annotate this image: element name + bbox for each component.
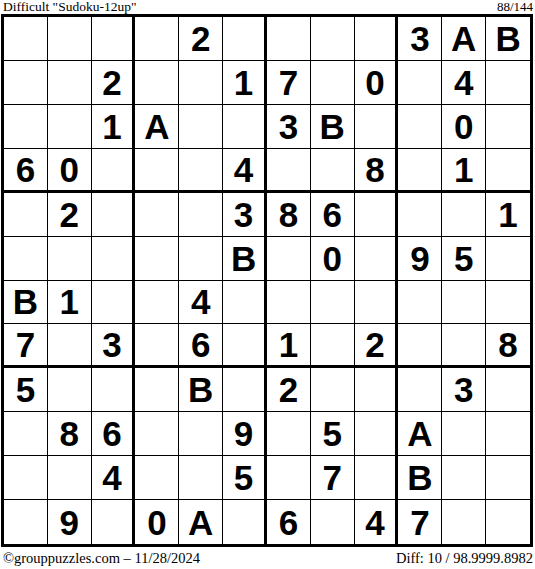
cell-r7c11[interactable]	[442, 281, 486, 325]
cell-r4c11[interactable]: 1	[442, 149, 486, 193]
cell-r6c2[interactable]	[48, 237, 92, 281]
cell-r12c8[interactable]	[311, 500, 355, 544]
cell-r6c12[interactable]	[486, 237, 530, 281]
cell-r10c1[interactable]	[4, 412, 48, 456]
cell-r5c1[interactable]	[4, 193, 48, 237]
cell-r8c3[interactable]: 3	[92, 324, 136, 368]
cell-r10c9[interactable]	[355, 412, 399, 456]
cell-r5c3[interactable]	[92, 193, 136, 237]
cell-r2c4[interactable]	[135, 61, 179, 105]
cell-r6c5[interactable]	[179, 237, 223, 281]
cell-r11c2[interactable]	[48, 456, 92, 500]
cell-r3c1[interactable]	[4, 105, 48, 149]
cell-r8c12[interactable]: 8	[486, 324, 530, 368]
cell-r4c2[interactable]: 0	[48, 149, 92, 193]
cell-r7c3[interactable]	[92, 281, 136, 325]
cell-r11c8[interactable]: 7	[311, 456, 355, 500]
cell-r12c5[interactable]: A	[179, 500, 223, 544]
cell-r8c2[interactable]	[48, 324, 92, 368]
cell-r11c12[interactable]	[486, 456, 530, 500]
bottom-bar: ©grouppuzzles.com – 11/28/2024 Diff: 10 …	[3, 549, 533, 567]
cell-r7c10[interactable]	[398, 281, 442, 325]
cell-r3c11[interactable]: 0	[442, 105, 486, 149]
cell-r1c4[interactable]	[135, 17, 179, 61]
cell-r3c5[interactable]	[179, 105, 223, 149]
cell-r7c8[interactable]	[311, 281, 355, 325]
cell-r1c5[interactable]: 2	[179, 17, 223, 61]
cell-r4c7[interactable]	[267, 149, 311, 193]
cell-r1c10[interactable]: 3	[398, 17, 442, 61]
copyright-text: ©grouppuzzles.com – 11/28/2024	[3, 549, 200, 567]
cell-r12c11[interactable]	[442, 500, 486, 544]
cell-r10c3[interactable]: 6	[92, 412, 136, 456]
cell-r9c1[interactable]: 5	[4, 368, 48, 412]
cell-r10c7[interactable]	[267, 412, 311, 456]
sudoku-board: 23AB217041A3B06048123861B095B147361285B2…	[1, 14, 533, 547]
cell-r2c3[interactable]: 2	[92, 61, 136, 105]
cell-r3c6[interactable]	[223, 105, 267, 149]
cell-r5c8[interactable]: 6	[311, 193, 355, 237]
cell-r1c12[interactable]: B	[486, 17, 530, 61]
cell-r4c12[interactable]	[486, 149, 530, 193]
cell-r8c11[interactable]	[442, 324, 486, 368]
cell-r10c4[interactable]	[135, 412, 179, 456]
cell-r6c1[interactable]	[4, 237, 48, 281]
cell-r6c10[interactable]: 9	[398, 237, 442, 281]
cell-r9c3[interactable]	[92, 368, 136, 412]
cell-r2c5[interactable]	[179, 61, 223, 105]
cell-r11c4[interactable]	[135, 456, 179, 500]
cell-r5c10[interactable]	[398, 193, 442, 237]
cell-r8c4[interactable]	[135, 324, 179, 368]
cell-r9c7[interactable]: 2	[267, 368, 311, 412]
cell-r3c12[interactable]	[486, 105, 530, 149]
cell-r10c12[interactable]	[486, 412, 530, 456]
cell-r1c3[interactable]	[92, 17, 136, 61]
cell-r6c4[interactable]	[135, 237, 179, 281]
cell-r10c2[interactable]: 8	[48, 412, 92, 456]
difficulty-text: Diff: 10 / 98.9999.8982	[396, 549, 533, 567]
cell-r11c9[interactable]	[355, 456, 399, 500]
cell-r7c9[interactable]	[355, 281, 399, 325]
cell-r5c12[interactable]: 1	[486, 193, 530, 237]
cell-r9c2[interactable]	[48, 368, 92, 412]
cell-r2c12[interactable]	[486, 61, 530, 105]
cell-r1c1[interactable]	[4, 17, 48, 61]
cell-r3c2[interactable]	[48, 105, 92, 149]
cell-r6c9[interactable]	[355, 237, 399, 281]
cell-r10c5[interactable]	[179, 412, 223, 456]
cell-r4c9[interactable]: 8	[355, 149, 399, 193]
cell-r1c2[interactable]	[48, 17, 92, 61]
cell-r10c6[interactable]: 9	[223, 412, 267, 456]
cell-r6c3[interactable]	[92, 237, 136, 281]
cell-r2c7[interactable]: 7	[267, 61, 311, 105]
cell-r7c12[interactable]	[486, 281, 530, 325]
cell-r1c8[interactable]	[311, 17, 355, 61]
empty-cell-counter: 88/144	[497, 0, 533, 14]
cell-r11c3[interactable]: 4	[92, 456, 136, 500]
cell-r3c8[interactable]: B	[311, 105, 355, 149]
cell-r8c1[interactable]: 7	[4, 324, 48, 368]
cell-r12c7[interactable]: 6	[267, 500, 311, 544]
cell-r2c10[interactable]	[398, 61, 442, 105]
puzzle-title: Difficult "Sudoku-12up"	[3, 0, 136, 14]
cell-r12c12[interactable]	[486, 500, 530, 544]
cell-r2c1[interactable]	[4, 61, 48, 105]
cell-r12c1[interactable]	[4, 500, 48, 544]
cell-r10c10[interactable]: A	[398, 412, 442, 456]
cell-r4c4[interactable]	[135, 149, 179, 193]
cell-r2c8[interactable]	[311, 61, 355, 105]
cell-r9c12[interactable]	[486, 368, 530, 412]
cell-r3c4[interactable]: A	[135, 105, 179, 149]
cell-r4c5[interactable]	[179, 149, 223, 193]
cell-r5c7[interactable]: 8	[267, 193, 311, 237]
cell-r1c7[interactable]	[267, 17, 311, 61]
cell-r7c2[interactable]: 1	[48, 281, 92, 325]
cell-r12c4[interactable]: 0	[135, 500, 179, 544]
cell-r11c6[interactable]: 5	[223, 456, 267, 500]
cell-r12c10[interactable]: 7	[398, 500, 442, 544]
cell-r7c4[interactable]	[135, 281, 179, 325]
cell-r9c9[interactable]	[355, 368, 399, 412]
cell-r4c10[interactable]	[398, 149, 442, 193]
cell-r6c6[interactable]: B	[223, 237, 267, 281]
cell-r4c6[interactable]: 4	[223, 149, 267, 193]
cell-r4c8[interactable]	[311, 149, 355, 193]
cell-r3c10[interactable]	[398, 105, 442, 149]
cell-r11c1[interactable]	[4, 456, 48, 500]
cell-r2c6[interactable]: 1	[223, 61, 267, 105]
cell-r10c11[interactable]	[442, 412, 486, 456]
cell-r6c8[interactable]: 0	[311, 237, 355, 281]
cell-r4c1[interactable]: 6	[4, 149, 48, 193]
cell-r8c7[interactable]: 1	[267, 324, 311, 368]
cell-r7c5[interactable]: 4	[179, 281, 223, 325]
cell-r8c8[interactable]	[311, 324, 355, 368]
cell-r6c7[interactable]	[267, 237, 311, 281]
cell-r8c6[interactable]	[223, 324, 267, 368]
cell-r5c9[interactable]	[355, 193, 399, 237]
cell-r3c7[interactable]: 3	[267, 105, 311, 149]
cell-r5c11[interactable]	[442, 193, 486, 237]
cell-r12c3[interactable]	[92, 500, 136, 544]
cell-r2c9[interactable]: 0	[355, 61, 399, 105]
cell-r5c2[interactable]: 2	[48, 193, 92, 237]
cell-r9c11[interactable]: 3	[442, 368, 486, 412]
cell-r9c6[interactable]	[223, 368, 267, 412]
cell-r9c5[interactable]: B	[179, 368, 223, 412]
cell-r1c11[interactable]: A	[442, 17, 486, 61]
cell-r1c6[interactable]	[223, 17, 267, 61]
cell-r11c5[interactable]	[179, 456, 223, 500]
cell-r7c6[interactable]	[223, 281, 267, 325]
cell-r9c4[interactable]	[135, 368, 179, 412]
cell-r11c10[interactable]: B	[398, 456, 442, 500]
cell-r3c3[interactable]: 1	[92, 105, 136, 149]
cell-r9c8[interactable]	[311, 368, 355, 412]
cell-r8c9[interactable]: 2	[355, 324, 399, 368]
cell-r5c4[interactable]	[135, 193, 179, 237]
cell-r5c5[interactable]	[179, 193, 223, 237]
cell-r5c6[interactable]: 3	[223, 193, 267, 237]
cell-r12c2[interactable]: 9	[48, 500, 92, 544]
cell-r8c5[interactable]: 6	[179, 324, 223, 368]
cell-r12c9[interactable]: 4	[355, 500, 399, 544]
cell-r1c9[interactable]	[355, 17, 399, 61]
cell-r7c7[interactable]	[267, 281, 311, 325]
cell-r12c6[interactable]	[223, 500, 267, 544]
cell-r11c11[interactable]	[442, 456, 486, 500]
cell-r4c3[interactable]	[92, 149, 136, 193]
cell-r8c10[interactable]	[398, 324, 442, 368]
cell-r11c7[interactable]	[267, 456, 311, 500]
top-bar: Difficult "Sudoku-12up" 88/144	[3, 0, 533, 14]
cell-r2c11[interactable]: 4	[442, 61, 486, 105]
cell-r6c11[interactable]: 5	[442, 237, 486, 281]
cell-r3c9[interactable]	[355, 105, 399, 149]
cell-r9c10[interactable]	[398, 368, 442, 412]
cell-r7c1[interactable]: B	[4, 281, 48, 325]
cell-r10c8[interactable]: 5	[311, 412, 355, 456]
cell-r2c2[interactable]	[48, 61, 92, 105]
